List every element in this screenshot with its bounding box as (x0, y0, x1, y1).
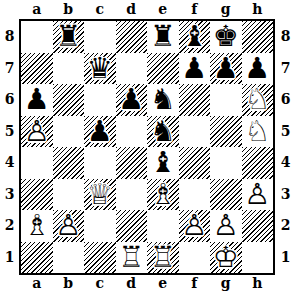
black-rook[interactable]: ♜ (147, 21, 179, 53)
white-knight[interactable]: ♞♘ (242, 84, 274, 116)
file-label-bottom-b: b (53, 274, 85, 293)
black-queen-glyph: ♛ (84, 53, 116, 85)
white-rook-outline: ♖ (147, 242, 179, 274)
black-knight[interactable]: ♞ (147, 84, 179, 116)
white-pawn-outline: ♙ (21, 116, 53, 148)
square-d2[interactable] (116, 210, 148, 242)
square-h6[interactable]: ♞♘ (242, 84, 274, 116)
square-f6[interactable] (179, 84, 211, 116)
square-f5[interactable] (179, 116, 211, 148)
white-pawn-outline: ♙ (53, 210, 85, 242)
file-label-top-d: d (116, 0, 148, 19)
square-d3[interactable] (116, 179, 148, 211)
square-b3[interactable] (53, 179, 85, 211)
square-e8[interactable]: ♜ (147, 21, 179, 53)
file-label-bottom-c: c (84, 274, 116, 293)
square-d7[interactable] (116, 53, 148, 85)
black-bishop-glyph: ♝ (147, 147, 179, 179)
square-d8[interactable] (116, 21, 148, 53)
black-pawn-glyph: ♟ (210, 53, 242, 85)
square-c7[interactable]: ♛ (84, 53, 116, 85)
file-label-bottom-f: f (179, 274, 211, 293)
white-rook[interactable]: ♜♖ (147, 242, 179, 274)
file-label-bottom-e: e (147, 274, 179, 293)
black-king-glyph: ♚ (210, 21, 242, 53)
square-a8[interactable] (21, 21, 53, 53)
rank-label-right-1: 1 (276, 242, 295, 274)
file-label-bottom-g: g (210, 274, 242, 293)
rank-label-right-8: 8 (276, 21, 295, 53)
square-g3[interactable] (210, 179, 242, 211)
white-pawn[interactable]: ♟♙ (21, 116, 53, 148)
white-knight[interactable]: ♞♘ (242, 116, 274, 148)
white-king-outline: ♔ (210, 242, 242, 274)
black-pawn[interactable]: ♟ (84, 116, 116, 148)
file-label-top-e: e (147, 0, 179, 19)
square-g1[interactable]: ♚♔ (210, 242, 242, 274)
square-e5[interactable]: ♞ (147, 116, 179, 148)
square-e3[interactable]: ♝♗ (147, 179, 179, 211)
black-knight-glyph: ♞ (147, 84, 179, 116)
square-d5[interactable] (116, 116, 148, 148)
black-pawn[interactable]: ♟ (116, 84, 148, 116)
file-label-top-g: g (210, 0, 242, 19)
square-d1[interactable]: ♜♖ (116, 242, 148, 274)
square-f7[interactable]: ♟ (179, 53, 211, 85)
file-label-top-f: f (179, 0, 211, 19)
black-pawn-glyph: ♟ (21, 84, 53, 116)
square-a2[interactable]: ♝♗ (21, 210, 53, 242)
square-f8[interactable]: ♝ (179, 21, 211, 53)
square-c8[interactable] (84, 21, 116, 53)
square-c2[interactable] (84, 210, 116, 242)
black-rook[interactable]: ♜ (53, 21, 85, 53)
square-e6[interactable]: ♞ (147, 84, 179, 116)
black-knight[interactable]: ♞ (147, 116, 179, 148)
black-pawn-glyph: ♟ (116, 84, 148, 116)
rank-label-right-7: 7 (276, 53, 295, 85)
square-d4[interactable] (116, 147, 148, 179)
black-bishop-glyph: ♝ (179, 21, 211, 53)
rank-label-right-4: 4 (276, 147, 295, 179)
chess-diagram: abcdefgh 87654321 ♜♜♝♚♛♟♟♟♟♟♞♞♘♟♙♟♞♞♘♝♛♕… (0, 0, 295, 295)
square-a7[interactable] (21, 53, 53, 85)
rank-label-left-6: 6 (0, 84, 19, 116)
square-g4[interactable] (210, 147, 242, 179)
white-knight-outline: ♘ (242, 84, 274, 116)
square-d6[interactable]: ♟ (116, 84, 148, 116)
square-g2[interactable]: ♟♙ (210, 210, 242, 242)
white-pawn[interactable]: ♟♙ (210, 210, 242, 242)
square-a6[interactable]: ♟ (21, 84, 53, 116)
rank-label-left-2: 2 (0, 210, 19, 242)
white-rook-outline: ♖ (116, 242, 148, 274)
square-b6[interactable] (53, 84, 85, 116)
black-pawn[interactable]: ♟ (210, 53, 242, 85)
square-b4[interactable] (53, 147, 85, 179)
square-g5[interactable] (210, 116, 242, 148)
square-h3[interactable]: ♟♙ (242, 179, 274, 211)
white-pawn[interactable]: ♟♙ (242, 179, 274, 211)
square-a1[interactable] (21, 242, 53, 274)
white-bishop[interactable]: ♝♗ (147, 179, 179, 211)
black-pawn-glyph: ♟ (84, 116, 116, 148)
chess-board: ♜♜♝♚♛♟♟♟♟♟♞♞♘♟♙♟♞♞♘♝♛♕♝♗♟♙♝♗♟♙♟♙♟♙♜♖♜♖♚♔ (19, 19, 275, 275)
square-h2[interactable] (242, 210, 274, 242)
square-e2[interactable] (147, 210, 179, 242)
black-pawn[interactable]: ♟ (242, 53, 274, 85)
white-bishop-outline: ♗ (147, 179, 179, 211)
file-label-bottom-a: a (21, 274, 53, 293)
square-c5[interactable]: ♟ (84, 116, 116, 148)
black-pawn[interactable]: ♟ (179, 53, 211, 85)
rank-label-left-7: 7 (0, 53, 19, 85)
square-a3[interactable] (21, 179, 53, 211)
black-pawn-glyph: ♟ (242, 53, 274, 85)
white-queen[interactable]: ♛♕ (84, 179, 116, 211)
rank-label-left-4: 4 (0, 147, 19, 179)
square-c1[interactable] (84, 242, 116, 274)
black-king[interactable]: ♚ (210, 21, 242, 53)
square-h5[interactable]: ♞♘ (242, 116, 274, 148)
square-f3[interactable] (179, 179, 211, 211)
rank-labels-right: 87654321 (276, 21, 295, 273)
black-bishop[interactable]: ♝ (147, 147, 179, 179)
square-h8[interactable] (242, 21, 274, 53)
white-pawn-outline: ♙ (210, 210, 242, 242)
file-label-top-b: b (53, 0, 85, 19)
square-e1[interactable]: ♜♖ (147, 242, 179, 274)
white-pawn[interactable]: ♟♙ (179, 210, 211, 242)
square-g7[interactable]: ♟ (210, 53, 242, 85)
rank-label-right-5: 5 (276, 116, 295, 148)
file-label-top-a: a (21, 0, 53, 19)
black-pawn[interactable]: ♟ (21, 84, 53, 116)
black-rook-glyph: ♜ (147, 21, 179, 53)
square-f4[interactable] (179, 147, 211, 179)
black-rook-glyph: ♜ (53, 21, 85, 53)
file-labels-bottom: abcdefgh (21, 274, 273, 293)
file-label-bottom-d: d (116, 274, 148, 293)
black-queen[interactable]: ♛ (84, 53, 116, 85)
file-labels-top: abcdefgh (21, 0, 273, 19)
square-g8[interactable]: ♚ (210, 21, 242, 53)
file-label-bottom-h: h (242, 274, 274, 293)
black-bishop[interactable]: ♝ (179, 21, 211, 53)
square-f2[interactable]: ♟♙ (179, 210, 211, 242)
square-c6[interactable] (84, 84, 116, 116)
rank-label-left-3: 3 (0, 179, 19, 211)
white-bishop[interactable]: ♝♗ (21, 210, 53, 242)
white-pawn-outline: ♙ (179, 210, 211, 242)
square-f1[interactable] (179, 242, 211, 274)
white-king[interactable]: ♚♔ (210, 242, 242, 274)
square-e7[interactable] (147, 53, 179, 85)
rank-label-left-5: 5 (0, 116, 19, 148)
square-a5[interactable]: ♟♙ (21, 116, 53, 148)
square-h7[interactable]: ♟ (242, 53, 274, 85)
square-b5[interactable] (53, 116, 85, 148)
rank-label-left-1: 1 (0, 242, 19, 274)
file-label-top-c: c (84, 0, 116, 19)
white-pawn[interactable]: ♟♙ (53, 210, 85, 242)
rank-label-left-8: 8 (0, 21, 19, 53)
black-pawn-glyph: ♟ (179, 53, 211, 85)
rank-label-right-3: 3 (276, 179, 295, 211)
white-knight-outline: ♘ (242, 116, 274, 148)
square-c4[interactable] (84, 147, 116, 179)
square-b7[interactable] (53, 53, 85, 85)
white-rook[interactable]: ♜♖ (116, 242, 148, 274)
rank-label-right-6: 6 (276, 84, 295, 116)
square-b2[interactable]: ♟♙ (53, 210, 85, 242)
white-pawn-outline: ♙ (242, 179, 274, 211)
square-a4[interactable] (21, 147, 53, 179)
square-e4[interactable]: ♝ (147, 147, 179, 179)
white-queen-outline: ♕ (84, 179, 116, 211)
rank-labels-left: 87654321 (0, 21, 19, 273)
white-bishop-outline: ♗ (21, 210, 53, 242)
square-c3[interactable]: ♛♕ (84, 179, 116, 211)
rank-label-right-2: 2 (276, 210, 295, 242)
square-g6[interactable] (210, 84, 242, 116)
file-label-top-h: h (242, 0, 274, 19)
square-b8[interactable]: ♜ (53, 21, 85, 53)
square-h4[interactable] (242, 147, 274, 179)
black-knight-glyph: ♞ (147, 116, 179, 148)
square-h1[interactable] (242, 242, 274, 274)
square-b1[interactable] (53, 242, 85, 274)
